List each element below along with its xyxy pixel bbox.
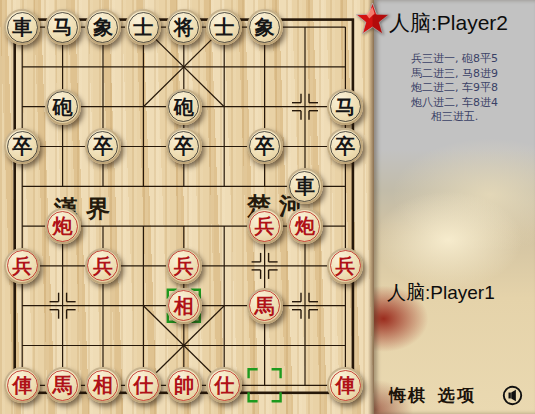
intersection-6-4[interactable] — [244, 166, 284, 206]
intersection-3-2[interactable] — [123, 87, 163, 127]
piece-red-0-9[interactable]: 俥 — [4, 367, 40, 403]
intersection-5-1[interactable] — [204, 47, 244, 87]
piece-black-8-2[interactable]: 马 — [327, 89, 363, 125]
intersection-8-1[interactable] — [325, 47, 365, 87]
intersection-7-1[interactable] — [285, 47, 325, 87]
move-line: 兵三进一, 砲8平5 — [374, 52, 535, 67]
intersection-7-4[interactable]: 車 — [285, 166, 325, 206]
intersection-4-5[interactable] — [164, 206, 204, 246]
intersection-0-0[interactable]: 車 — [2, 7, 42, 47]
intersection-6-5[interactable]: 兵 — [244, 206, 284, 246]
move-line: 炮二进二, 车9平8 — [374, 81, 535, 96]
piece-red-5-9[interactable]: 仕 — [206, 367, 242, 403]
intersection-0-7[interactable] — [2, 286, 42, 326]
intersection-4-3[interactable]: 卒 — [164, 127, 204, 167]
piece-red-3-9[interactable]: 仕 — [125, 367, 161, 403]
intersection-5-4[interactable] — [204, 166, 244, 206]
intersection-4-8[interactable] — [164, 326, 204, 366]
intersection-8-7[interactable] — [325, 286, 365, 326]
intersection-6-1[interactable] — [244, 47, 284, 87]
piece-black-4-0[interactable]: 将 — [166, 9, 202, 45]
move-line: 相三进五. — [374, 110, 535, 125]
piece-red-1-9[interactable]: 馬 — [45, 367, 81, 403]
intersection-7-8[interactable] — [285, 326, 325, 366]
move-line: 馬二进三, 马8进9 — [374, 67, 535, 82]
xiangqi-board: 漢界 楚河 車马象士将士象砲砲马卒卒卒卒卒車炮兵炮兵兵兵兵相馬俥馬相仕帥仕俥 — [0, 0, 374, 414]
intersection-3-9[interactable]: 仕 — [123, 365, 163, 405]
piece-black-3-0[interactable]: 士 — [125, 9, 161, 45]
intersection-4-9[interactable]: 帥 — [164, 365, 204, 405]
intersection-3-6[interactable] — [123, 246, 163, 286]
intersection-2-9[interactable]: 相 — [83, 365, 123, 405]
piece-red-4-7[interactable]: 相 — [166, 288, 202, 324]
intersection-1-1[interactable] — [42, 47, 82, 87]
intersection-4-4[interactable] — [164, 166, 204, 206]
intersection-2-0[interactable]: 象 — [83, 7, 123, 47]
piece-black-4-3[interactable]: 卒 — [166, 128, 202, 164]
xiangqi-app-window: 漢界 楚河 車马象士将士象砲砲马卒卒卒卒卒車炮兵炮兵兵兵兵相馬俥馬相仕帥仕俥 人… — [0, 0, 535, 414]
intersection-5-9[interactable]: 仕 — [204, 365, 244, 405]
move-list: 兵三进一, 砲8平5馬二进三, 马8进9炮二进二, 车9平8炮八进二, 车8进4… — [374, 52, 535, 125]
side-panel: 人脑:Player2 兵三进一, 砲8平5馬二进三, 马8进9炮二进二, 车9平… — [374, 0, 535, 414]
intersection-7-3[interactable] — [285, 127, 325, 167]
piece-red-7-5[interactable]: 炮 — [287, 208, 323, 244]
move-line: 炮八进二, 车8进4 — [374, 96, 535, 111]
intersection-1-6[interactable] — [42, 246, 82, 286]
piece-red-0-6[interactable]: 兵 — [4, 248, 40, 284]
piece-red-2-9[interactable]: 相 — [85, 367, 121, 403]
intersection-7-2[interactable] — [285, 87, 325, 127]
intersection-2-5[interactable] — [83, 206, 123, 246]
turn-indicator-star-icon — [354, 2, 391, 38]
intersection-8-4[interactable] — [325, 166, 365, 206]
undo-move-button[interactable]: 悔棋 — [389, 384, 427, 407]
intersection-5-3[interactable] — [204, 127, 244, 167]
intersection-1-8[interactable] — [42, 326, 82, 366]
piece-red-2-6[interactable]: 兵 — [85, 248, 121, 284]
intersection-0-5[interactable] — [2, 206, 42, 246]
player2-name: 人脑:Player2 — [389, 9, 508, 37]
intersection-8-9[interactable]: 俥 — [325, 365, 365, 405]
intersection-6-7[interactable]: 馬 — [244, 286, 284, 326]
intersection-1-7[interactable] — [42, 286, 82, 326]
piece-black-0-0[interactable]: 車 — [4, 9, 40, 45]
intersection-6-3[interactable]: 卒 — [244, 127, 284, 167]
intersection-6-9[interactable] — [244, 365, 284, 405]
piece-black-0-3[interactable]: 卒 — [4, 128, 40, 164]
intersection-2-6[interactable]: 兵 — [83, 246, 123, 286]
piece-red-4-6[interactable]: 兵 — [166, 248, 202, 284]
piece-black-5-0[interactable]: 士 — [206, 9, 242, 45]
intersection-4-6[interactable]: 兵 — [164, 246, 204, 286]
intersection-5-7[interactable] — [204, 286, 244, 326]
intersection-0-9[interactable]: 俥 — [2, 365, 42, 405]
piece-black-1-2[interactable]: 砲 — [45, 89, 81, 125]
piece-black-2-0[interactable]: 象 — [85, 9, 121, 45]
intersection-5-8[interactable] — [204, 326, 244, 366]
intersection-1-2[interactable]: 砲 — [42, 87, 82, 127]
intersection-7-6[interactable] — [285, 246, 325, 286]
intersection-0-8[interactable] — [2, 326, 42, 366]
piece-red-1-5[interactable]: 炮 — [45, 208, 81, 244]
intersection-5-2[interactable] — [204, 87, 244, 127]
intersection-3-8[interactable] — [123, 326, 163, 366]
intersection-7-5[interactable]: 炮 — [285, 206, 325, 246]
intersection-3-5[interactable] — [123, 206, 163, 246]
intersection-8-3[interactable]: 卒 — [325, 127, 365, 167]
intersection-0-1[interactable] — [2, 47, 42, 87]
intersection-8-8[interactable] — [325, 326, 365, 366]
intersection-6-2[interactable] — [244, 87, 284, 127]
piece-black-6-0[interactable]: 象 — [247, 9, 283, 45]
piece-red-6-7[interactable]: 馬 — [247, 288, 283, 324]
intersection-7-0[interactable] — [285, 7, 325, 47]
player1-name: 人脑:Player1 — [387, 280, 495, 306]
intersection-6-0[interactable]: 象 — [244, 7, 284, 47]
piece-red-4-9[interactable]: 帥 — [166, 367, 202, 403]
intersection-1-5[interactable]: 炮 — [42, 206, 82, 246]
intersection-2-2[interactable] — [83, 87, 123, 127]
intersection-3-0[interactable]: 士 — [123, 7, 163, 47]
intersection-2-1[interactable] — [83, 47, 123, 87]
intersection-0-2[interactable] — [2, 87, 42, 127]
intersection-2-7[interactable] — [83, 286, 123, 326]
intersection-1-0[interactable]: 马 — [42, 7, 82, 47]
intersection-8-2[interactable]: 马 — [325, 87, 365, 127]
intersection-7-9[interactable] — [285, 365, 325, 405]
intersection-3-4[interactable] — [123, 166, 163, 206]
intersection-5-0[interactable]: 士 — [204, 7, 244, 47]
intersection-5-5[interactable] — [204, 206, 244, 246]
sound-toggle-icon[interactable] — [502, 385, 523, 406]
intersection-1-9[interactable]: 馬 — [42, 365, 82, 405]
piece-black-2-3[interactable]: 卒 — [85, 128, 121, 164]
intersection-4-7[interactable]: 相 — [164, 286, 204, 326]
intersection-0-3[interactable]: 卒 — [2, 127, 42, 167]
board-grid[interactable]: 車马象士将士象砲砲马卒卒卒卒卒車炮兵炮兵兵兵兵相馬俥馬相仕帥仕俥 — [2, 7, 366, 405]
options-button[interactable]: 选项 — [438, 384, 476, 407]
piece-red-8-6[interactable]: 兵 — [327, 248, 363, 284]
piece-black-7-4[interactable]: 車 — [287, 168, 323, 204]
intersection-4-0[interactable]: 将 — [164, 7, 204, 47]
button-bar: 悔棋 选项 — [374, 384, 535, 408]
intersection-8-5[interactable] — [325, 206, 365, 246]
intersection-2-3[interactable]: 卒 — [83, 127, 123, 167]
intersection-3-3[interactable] — [123, 127, 163, 167]
piece-black-1-0[interactable]: 马 — [45, 9, 81, 45]
intersection-4-1[interactable] — [164, 47, 204, 87]
intersection-3-1[interactable] — [123, 47, 163, 87]
intersection-5-6[interactable] — [204, 246, 244, 286]
intersection-6-6[interactable] — [244, 246, 284, 286]
piece-black-4-2[interactable]: 砲 — [166, 89, 202, 125]
intersection-1-3[interactable] — [42, 127, 82, 167]
intersection-4-2[interactable]: 砲 — [164, 87, 204, 127]
intersection-2-4[interactable] — [83, 166, 123, 206]
intersection-6-8[interactable] — [244, 326, 284, 366]
piece-red-8-9[interactable]: 俥 — [327, 367, 363, 403]
intersection-3-7[interactable] — [123, 286, 163, 326]
intersection-2-8[interactable] — [83, 326, 123, 366]
intersection-0-4[interactable] — [2, 166, 42, 206]
piece-black-8-3[interactable]: 卒 — [327, 128, 363, 164]
intersection-8-6[interactable]: 兵 — [325, 246, 365, 286]
intersection-0-6[interactable]: 兵 — [2, 246, 42, 286]
piece-red-6-5[interactable]: 兵 — [247, 208, 283, 244]
intersection-1-4[interactable] — [42, 166, 82, 206]
intersection-7-7[interactable] — [285, 286, 325, 326]
piece-black-6-3[interactable]: 卒 — [247, 128, 283, 164]
